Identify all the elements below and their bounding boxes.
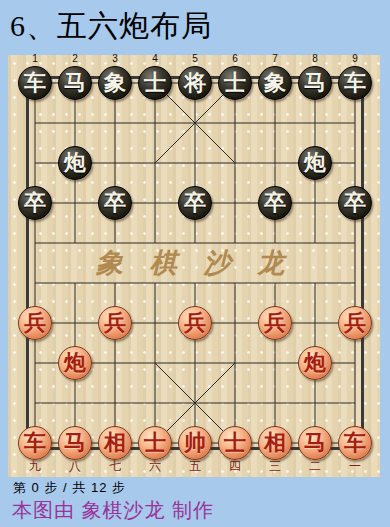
file-label-bottom: 八 bbox=[64, 459, 86, 473]
red-piece-士[interactable]: 士 bbox=[218, 426, 252, 460]
credit-line: 本图由 象棋沙龙 制作 bbox=[12, 497, 214, 524]
file-label-top: 9 bbox=[345, 53, 365, 65]
file-label-top: 2 bbox=[65, 53, 85, 65]
black-piece-马[interactable]: 马 bbox=[58, 66, 92, 100]
black-piece-卒[interactable]: 卒 bbox=[98, 186, 132, 220]
red-piece-车[interactable]: 车 bbox=[338, 426, 372, 460]
file-label-bottom: 七 bbox=[104, 459, 126, 473]
file-label-bottom: 一 bbox=[344, 459, 366, 473]
red-piece-兵[interactable]: 兵 bbox=[338, 306, 372, 340]
file-label-top: 7 bbox=[265, 53, 285, 65]
board-watermark: 象 棋 沙 龙 bbox=[35, 245, 355, 281]
red-piece-马[interactable]: 马 bbox=[298, 426, 332, 460]
step-status: 第 0 步 / 共 12 步 bbox=[13, 479, 126, 497]
xiangqi-board[interactable]: 象 棋 沙 龙 123456789 九八七六五四三二一 车马象士将士象马车炮炮卒… bbox=[8, 55, 380, 477]
page-title: 6、五六炮布局 bbox=[10, 6, 212, 47]
black-piece-象[interactable]: 象 bbox=[258, 66, 292, 100]
black-piece-车[interactable]: 车 bbox=[18, 66, 52, 100]
black-piece-车[interactable]: 车 bbox=[338, 66, 372, 100]
file-label-bottom: 六 bbox=[144, 459, 166, 473]
file-label-top: 3 bbox=[105, 53, 125, 65]
black-piece-卒[interactable]: 卒 bbox=[18, 186, 52, 220]
red-piece-帅[interactable]: 帅 bbox=[178, 426, 212, 460]
file-label-bottom: 五 bbox=[184, 459, 206, 473]
file-label-top: 8 bbox=[305, 53, 325, 65]
red-piece-马[interactable]: 马 bbox=[58, 426, 92, 460]
black-piece-象[interactable]: 象 bbox=[98, 66, 132, 100]
red-piece-相[interactable]: 相 bbox=[98, 426, 132, 460]
black-piece-将[interactable]: 将 bbox=[178, 66, 212, 100]
file-label-bottom: 四 bbox=[224, 459, 246, 473]
black-piece-炮[interactable]: 炮 bbox=[58, 146, 92, 180]
red-piece-兵[interactable]: 兵 bbox=[18, 306, 52, 340]
file-label-bottom: 九 bbox=[24, 459, 46, 473]
black-piece-卒[interactable]: 卒 bbox=[178, 186, 212, 220]
red-piece-炮[interactable]: 炮 bbox=[58, 346, 92, 380]
file-label-top: 5 bbox=[185, 53, 205, 65]
file-label-bottom: 三 bbox=[264, 459, 286, 473]
black-piece-士[interactable]: 士 bbox=[218, 66, 252, 100]
red-piece-兵[interactable]: 兵 bbox=[178, 306, 212, 340]
red-piece-车[interactable]: 车 bbox=[18, 426, 52, 460]
file-label-top: 6 bbox=[225, 53, 245, 65]
red-piece-士[interactable]: 士 bbox=[138, 426, 172, 460]
black-piece-炮[interactable]: 炮 bbox=[298, 146, 332, 180]
black-piece-马[interactable]: 马 bbox=[298, 66, 332, 100]
red-piece-兵[interactable]: 兵 bbox=[258, 306, 292, 340]
red-piece-炮[interactable]: 炮 bbox=[298, 346, 332, 380]
black-piece-士[interactable]: 士 bbox=[138, 66, 172, 100]
black-piece-卒[interactable]: 卒 bbox=[258, 186, 292, 220]
black-piece-卒[interactable]: 卒 bbox=[338, 186, 372, 220]
red-piece-相[interactable]: 相 bbox=[258, 426, 292, 460]
file-label-top: 1 bbox=[25, 53, 45, 65]
red-piece-兵[interactable]: 兵 bbox=[98, 306, 132, 340]
page: 6、五六炮布局 象 棋 沙 龙 123456789 九八七六五四三二一 车马象士… bbox=[0, 0, 390, 527]
file-label-bottom: 二 bbox=[304, 459, 326, 473]
file-label-top: 4 bbox=[145, 53, 165, 65]
